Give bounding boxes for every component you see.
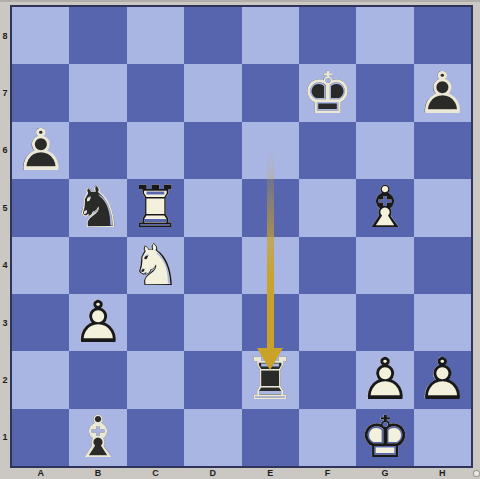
white-pawn[interactable]: ♟♙ <box>414 351 471 408</box>
square-c1[interactable] <box>127 409 184 466</box>
square-h1[interactable] <box>414 409 471 466</box>
square-f3[interactable] <box>299 294 356 351</box>
square-g8[interactable] <box>356 7 413 64</box>
square-h3[interactable] <box>414 294 471 351</box>
black-pawn-glyph: ♟ <box>414 64 471 121</box>
square-e5[interactable] <box>242 179 299 236</box>
file-label-g: G <box>356 467 413 479</box>
white-bishop-outline-glyph: ♗ <box>356 179 413 236</box>
rank-label-3: 3 <box>0 294 10 351</box>
white-pawn[interactable]: ♟♙ <box>356 351 413 408</box>
square-b1[interactable]: ♝♗ <box>69 409 126 466</box>
black-knight[interactable]: ♞♘ <box>69 179 126 236</box>
white-bishop-glyph: ♝ <box>356 179 413 236</box>
square-e1[interactable] <box>242 409 299 466</box>
black-bishop-outline-glyph: ♗ <box>69 409 126 466</box>
square-a6[interactable]: ♟♙ <box>12 122 69 179</box>
square-b7[interactable] <box>69 64 126 121</box>
square-a1[interactable] <box>12 409 69 466</box>
square-f8[interactable] <box>299 7 356 64</box>
square-e7[interactable] <box>242 64 299 121</box>
square-a7[interactable] <box>12 64 69 121</box>
file-label-e: E <box>242 467 299 479</box>
square-b6[interactable] <box>69 122 126 179</box>
square-f5[interactable] <box>299 179 356 236</box>
black-king-outline-glyph: ♔ <box>299 64 356 121</box>
file-label-d: D <box>184 467 241 479</box>
square-a8[interactable] <box>12 7 69 64</box>
square-d2[interactable] <box>184 351 241 408</box>
square-b4[interactable] <box>69 237 126 294</box>
square-e6[interactable] <box>242 122 299 179</box>
white-knight-outline-glyph: ♘ <box>127 237 184 294</box>
square-d1[interactable] <box>184 409 241 466</box>
white-pawn-outline-glyph: ♙ <box>356 351 413 408</box>
square-e2[interactable]: ♜♖ <box>242 351 299 408</box>
square-d5[interactable] <box>184 179 241 236</box>
black-bishop-glyph: ♝ <box>69 409 126 466</box>
square-e4[interactable] <box>242 237 299 294</box>
square-f4[interactable] <box>299 237 356 294</box>
square-f6[interactable] <box>299 122 356 179</box>
black-rook[interactable]: ♜♖ <box>242 351 299 408</box>
file-label-f: F <box>299 467 356 479</box>
square-h2[interactable]: ♟♙ <box>414 351 471 408</box>
resize-dot <box>474 471 479 476</box>
file-label-b: B <box>69 467 126 479</box>
square-g7[interactable] <box>356 64 413 121</box>
black-pawn[interactable]: ♟♙ <box>414 64 471 121</box>
square-a2[interactable] <box>12 351 69 408</box>
white-pawn-glyph: ♟ <box>414 351 471 408</box>
rank-label-6: 6 <box>0 122 10 179</box>
square-a4[interactable] <box>12 237 69 294</box>
square-b5[interactable]: ♞♘ <box>69 179 126 236</box>
black-king[interactable]: ♚♔ <box>299 64 356 121</box>
rank-label-5: 5 <box>0 179 10 236</box>
chess-board: ♚♔♟♙♟♙♞♘♜♖♝♗♞♘♟♙♜♖♟♙♟♙♝♗♚♔ <box>12 7 471 466</box>
white-knight-glyph: ♞ <box>127 237 184 294</box>
square-d7[interactable] <box>184 64 241 121</box>
file-labels: ABCDEFGH <box>12 467 471 479</box>
rank-label-4: 4 <box>0 237 10 294</box>
square-f7[interactable]: ♚♔ <box>299 64 356 121</box>
file-label-h: H <box>414 467 471 479</box>
square-d8[interactable] <box>184 7 241 64</box>
square-c7[interactable] <box>127 64 184 121</box>
chess-board-frame: ♚♔♟♙♟♙♞♘♜♖♝♗♞♘♟♙♜♖♟♙♟♙♝♗♚♔ <box>10 5 473 468</box>
square-c8[interactable] <box>127 7 184 64</box>
square-g5[interactable]: ♝♗ <box>356 179 413 236</box>
square-h7[interactable]: ♟♙ <box>414 64 471 121</box>
file-label-a: A <box>12 467 69 479</box>
white-pawn-glyph: ♟ <box>69 294 126 351</box>
square-c2[interactable] <box>127 351 184 408</box>
rank-label-8: 8 <box>0 7 10 64</box>
black-pawn[interactable]: ♟♙ <box>12 122 69 179</box>
black-pawn-glyph: ♟ <box>12 122 69 179</box>
rank-label-1: 1 <box>0 409 10 466</box>
black-pawn-outline-glyph: ♙ <box>12 122 69 179</box>
white-knight[interactable]: ♞♘ <box>127 237 184 294</box>
square-g3[interactable] <box>356 294 413 351</box>
white-king-glyph: ♚ <box>356 409 413 466</box>
chess-app-window: 87654321 ♚♔♟♙♟♙♞♘♜♖♝♗♞♘♟♙♜♖♟♙♟♙♝♗♚♔ ABCD… <box>0 0 480 479</box>
square-c5[interactable]: ♜♖ <box>127 179 184 236</box>
square-a5[interactable] <box>12 179 69 236</box>
square-d6[interactable] <box>184 122 241 179</box>
square-g1[interactable]: ♚♔ <box>356 409 413 466</box>
square-b2[interactable] <box>69 351 126 408</box>
white-rook-outline-glyph: ♖ <box>127 179 184 236</box>
square-c4[interactable]: ♞♘ <box>127 237 184 294</box>
square-a3[interactable] <box>12 294 69 351</box>
white-pawn-outline-glyph: ♙ <box>69 294 126 351</box>
square-h8[interactable] <box>414 7 471 64</box>
black-knight-glyph: ♞ <box>69 179 126 236</box>
rank-labels: 87654321 <box>0 7 10 466</box>
white-pawn[interactable]: ♟♙ <box>69 294 126 351</box>
square-g2[interactable]: ♟♙ <box>356 351 413 408</box>
square-b3[interactable]: ♟♙ <box>69 294 126 351</box>
file-label-c: C <box>127 467 184 479</box>
white-pawn-outline-glyph: ♙ <box>414 351 471 408</box>
white-king[interactable]: ♚♔ <box>356 409 413 466</box>
square-g4[interactable] <box>356 237 413 294</box>
square-d4[interactable] <box>184 237 241 294</box>
white-pawn-glyph: ♟ <box>356 351 413 408</box>
rank-label-7: 7 <box>0 64 10 121</box>
square-b8[interactable] <box>69 7 126 64</box>
square-g6[interactable] <box>356 122 413 179</box>
square-f2[interactable] <box>299 351 356 408</box>
white-rook[interactable]: ♜♖ <box>127 179 184 236</box>
square-f1[interactable] <box>299 409 356 466</box>
black-king-glyph: ♚ <box>299 64 356 121</box>
square-c6[interactable] <box>127 122 184 179</box>
square-h4[interactable] <box>414 237 471 294</box>
black-rook-glyph: ♜ <box>242 351 299 408</box>
square-d3[interactable] <box>184 294 241 351</box>
white-bishop[interactable]: ♝♗ <box>356 179 413 236</box>
square-c3[interactable] <box>127 294 184 351</box>
black-rook-outline-glyph: ♖ <box>242 351 299 408</box>
square-e3[interactable] <box>242 294 299 351</box>
white-king-outline-glyph: ♔ <box>356 409 413 466</box>
window-top-edge <box>0 0 480 2</box>
square-h5[interactable] <box>414 179 471 236</box>
black-knight-outline-glyph: ♘ <box>69 179 126 236</box>
square-e8[interactable] <box>242 7 299 64</box>
rank-label-2: 2 <box>0 351 10 408</box>
white-rook-glyph: ♜ <box>127 179 184 236</box>
black-bishop[interactable]: ♝♗ <box>69 409 126 466</box>
square-h6[interactable] <box>414 122 471 179</box>
black-pawn-outline-glyph: ♙ <box>414 64 471 121</box>
